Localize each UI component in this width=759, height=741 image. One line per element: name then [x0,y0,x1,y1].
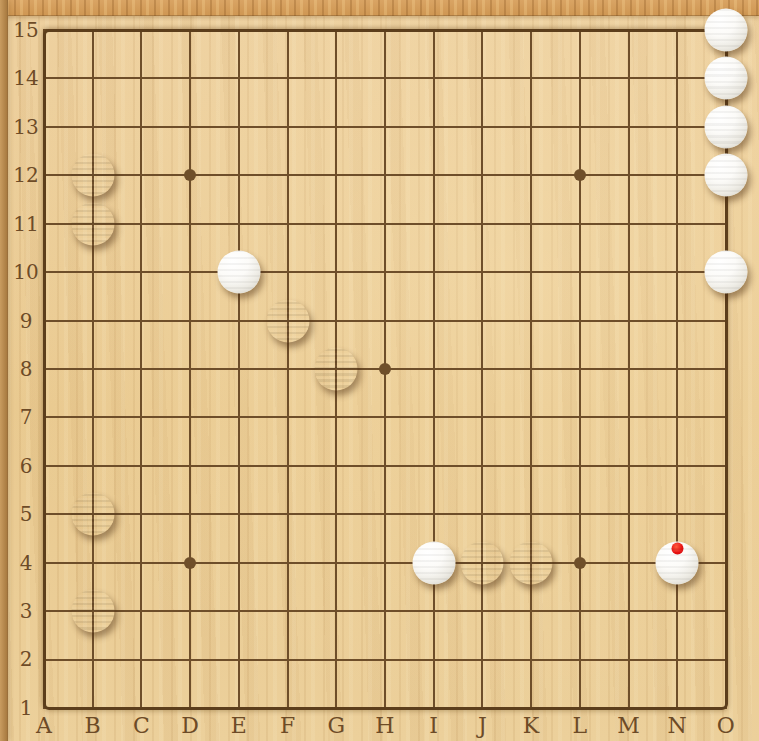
intersection[interactable] [20,684,69,732]
intersection[interactable] [214,490,263,538]
intersection[interactable] [68,103,117,151]
intersection[interactable] [263,6,312,54]
intersection[interactable] [214,54,263,102]
intersection[interactable] [117,587,166,635]
intersection[interactable] [507,103,556,151]
intersection[interactable] [117,6,166,54]
intersection[interactable] [214,538,263,586]
white-stone [704,154,747,197]
white-stone [704,105,747,148]
intersection[interactable] [117,345,166,393]
intersection[interactable] [555,151,604,199]
intersection[interactable] [361,442,410,490]
intersection[interactable] [20,538,69,586]
intersection[interactable] [701,199,750,247]
intersection[interactable] [214,442,263,490]
intersection[interactable] [555,6,604,54]
intersection[interactable] [409,442,458,490]
intersection[interactable] [117,538,166,586]
intersection[interactable] [68,6,117,54]
intersection[interactable] [409,490,458,538]
intersection[interactable] [312,151,361,199]
intersection[interactable] [653,6,702,54]
intersection[interactable] [20,199,69,247]
intersection[interactable] [555,635,604,683]
intersection[interactable] [263,296,312,344]
intersection[interactable] [701,393,750,441]
intersection[interactable] [166,442,215,490]
intersection[interactable] [312,103,361,151]
intersection[interactable] [361,248,410,296]
white-stone [704,251,747,294]
intersection[interactable] [507,490,556,538]
intersection[interactable] [263,490,312,538]
intersection[interactable] [214,345,263,393]
intersection[interactable] [312,587,361,635]
black-stone [71,590,114,633]
intersection[interactable] [701,684,750,732]
intersection[interactable] [20,587,69,635]
intersection[interactable] [458,490,507,538]
intersection[interactable] [68,296,117,344]
star-point [184,169,196,181]
intersection[interactable] [409,345,458,393]
intersection[interactable] [604,248,653,296]
intersection[interactable] [409,393,458,441]
intersection[interactable] [409,103,458,151]
intersection[interactable] [458,393,507,441]
intersection[interactable] [68,393,117,441]
intersection[interactable] [701,538,750,586]
intersection[interactable] [604,587,653,635]
intersection[interactable] [312,248,361,296]
intersection[interactable] [361,199,410,247]
intersection[interactable] [166,587,215,635]
intersection[interactable] [166,248,215,296]
intersection[interactable] [361,6,410,54]
intersection[interactable] [555,54,604,102]
black-stone [71,493,114,536]
intersection[interactable] [458,345,507,393]
intersection[interactable] [214,6,263,54]
intersection[interactable] [263,684,312,732]
intersection[interactable] [701,345,750,393]
intersection[interactable] [458,248,507,296]
intersection[interactable] [263,248,312,296]
intersection[interactable] [458,199,507,247]
intersection[interactable] [409,635,458,683]
intersection[interactable] [507,54,556,102]
intersection[interactable] [117,296,166,344]
intersection[interactable] [117,103,166,151]
star-point [574,169,586,181]
intersection[interactable] [20,345,69,393]
intersection[interactable] [20,54,69,102]
intersection[interactable] [604,6,653,54]
intersection[interactable] [312,54,361,102]
intersection[interactable] [653,103,702,151]
intersection[interactable] [166,635,215,683]
intersection[interactable] [361,635,410,683]
intersection[interactable] [701,587,750,635]
intersection[interactable] [555,103,604,151]
white-stone [217,251,260,294]
intersection[interactable] [409,6,458,54]
intersection[interactable] [653,54,702,102]
intersection[interactable] [701,54,750,102]
intersection[interactable] [604,345,653,393]
intersection[interactable] [312,345,361,393]
intersection[interactable] [701,490,750,538]
intersection[interactable] [214,393,263,441]
intersection[interactable] [214,248,263,296]
intersection[interactable] [507,345,556,393]
intersection[interactable] [20,248,69,296]
intersection[interactable] [312,442,361,490]
intersection[interactable] [263,393,312,441]
intersection[interactable] [701,6,750,54]
intersection[interactable] [117,151,166,199]
intersection[interactable] [458,103,507,151]
intersection[interactable] [507,296,556,344]
intersection[interactable] [555,538,604,586]
intersection[interactable] [214,296,263,344]
intersection[interactable] [312,635,361,683]
intersection[interactable] [166,538,215,586]
black-stone [71,154,114,197]
intersection[interactable] [653,393,702,441]
intersection[interactable] [555,490,604,538]
go-board-app: ABCDEFGHIJKLMNO 151413121110987654321 [0,0,759,741]
intersection[interactable] [361,103,410,151]
intersection[interactable] [312,684,361,732]
intersection[interactable] [20,6,69,54]
intersection[interactable] [263,538,312,586]
intersection[interactable] [604,490,653,538]
intersection[interactable] [117,393,166,441]
intersection[interactable] [653,538,702,586]
intersection[interactable] [361,54,410,102]
intersection[interactable] [20,442,69,490]
intersection[interactable] [68,635,117,683]
intersection[interactable] [312,393,361,441]
intersection[interactable] [117,684,166,732]
intersection[interactable] [507,587,556,635]
intersection[interactable] [68,345,117,393]
intersection[interactable] [263,635,312,683]
intersection[interactable] [68,684,117,732]
intersection[interactable] [653,151,702,199]
intersection[interactable] [166,684,215,732]
intersection[interactable] [409,684,458,732]
intersection[interactable] [458,151,507,199]
black-stone [461,541,504,584]
intersection[interactable] [653,635,702,683]
intersection[interactable] [20,103,69,151]
intersection[interactable] [166,199,215,247]
intersection[interactable] [117,248,166,296]
intersection[interactable] [263,54,312,102]
intersection[interactable] [555,684,604,732]
intersection[interactable] [361,538,410,586]
intersection[interactable] [117,54,166,102]
intersection[interactable] [604,538,653,586]
intersection[interactable] [507,151,556,199]
intersection[interactable] [361,587,410,635]
intersection[interactable] [312,296,361,344]
black-stone [71,202,114,245]
star-point [184,557,196,569]
intersection[interactable] [604,684,653,732]
intersection[interactable] [507,635,556,683]
intersection[interactable] [68,538,117,586]
intersection[interactable] [604,199,653,247]
intersection[interactable] [117,635,166,683]
intersection[interactable] [409,587,458,635]
intersection[interactable] [166,103,215,151]
intersection[interactable] [409,151,458,199]
intersection[interactable] [653,248,702,296]
intersection[interactable] [263,103,312,151]
intersection[interactable] [68,248,117,296]
intersection[interactable] [409,296,458,344]
intersection[interactable] [604,54,653,102]
intersection[interactable] [214,199,263,247]
intersection[interactable] [68,199,117,247]
intersection[interactable] [117,199,166,247]
intersection[interactable] [653,199,702,247]
intersection[interactable] [604,442,653,490]
star-point [379,363,391,375]
intersection[interactable] [507,6,556,54]
intersection[interactable] [653,345,702,393]
intersection[interactable] [458,296,507,344]
intersection[interactable] [409,199,458,247]
intersection[interactable] [361,345,410,393]
intersection[interactable] [409,538,458,586]
intersection[interactable] [555,393,604,441]
intersection[interactable] [701,635,750,683]
intersection[interactable] [507,442,556,490]
intersection[interactable] [312,6,361,54]
intersection[interactable] [701,103,750,151]
white-stone [656,541,699,584]
intersection[interactable] [166,54,215,102]
intersection[interactable] [166,345,215,393]
intersection[interactable] [409,54,458,102]
intersection[interactable] [68,587,117,635]
intersection[interactable] [555,296,604,344]
intersection[interactable] [214,635,263,683]
intersection[interactable] [458,684,507,732]
intersection[interactable] [263,345,312,393]
intersection[interactable] [166,151,215,199]
last-move-marker [671,542,683,554]
intersection[interactable] [166,6,215,54]
intersection[interactable] [701,442,750,490]
intersection[interactable] [361,296,410,344]
intersection[interactable] [507,538,556,586]
intersection[interactable] [555,199,604,247]
intersection[interactable] [604,393,653,441]
star-point [574,557,586,569]
white-stone [412,541,455,584]
intersection[interactable] [263,442,312,490]
intersection[interactable] [68,54,117,102]
intersection[interactable] [20,393,69,441]
board-grid [20,6,751,732]
intersection[interactable] [68,151,117,199]
intersection[interactable] [653,587,702,635]
intersection[interactable] [555,248,604,296]
intersection[interactable] [361,151,410,199]
intersection[interactable] [312,490,361,538]
intersection[interactable] [701,296,750,344]
intersection[interactable] [20,490,69,538]
intersection[interactable] [604,635,653,683]
intersection[interactable] [409,248,458,296]
intersection[interactable] [214,151,263,199]
intersection[interactable] [361,490,410,538]
intersection[interactable] [312,538,361,586]
intersection[interactable] [361,393,410,441]
intersection[interactable] [20,296,69,344]
intersection[interactable] [458,538,507,586]
intersection[interactable] [507,684,556,732]
black-stone [510,541,553,584]
intersection[interactable] [604,151,653,199]
intersection[interactable] [214,684,263,732]
intersection[interactable] [653,684,702,732]
intersection[interactable] [701,248,750,296]
intersection[interactable] [555,442,604,490]
intersection[interactable] [458,6,507,54]
intersection[interactable] [458,635,507,683]
intersection[interactable] [604,296,653,344]
intersection[interactable] [117,442,166,490]
intersection[interactable] [117,490,166,538]
intersection[interactable] [68,490,117,538]
intersection[interactable] [507,199,556,247]
intersection[interactable] [604,103,653,151]
intersection[interactable] [458,54,507,102]
white-stone [704,57,747,100]
intersection[interactable] [507,248,556,296]
intersection[interactable] [653,490,702,538]
intersection[interactable] [20,635,69,683]
intersection[interactable] [653,296,702,344]
intersection[interactable] [166,296,215,344]
black-stone [266,299,309,342]
intersection[interactable] [458,587,507,635]
intersection[interactable] [20,151,69,199]
intersection[interactable] [166,490,215,538]
intersection[interactable] [166,393,215,441]
intersection[interactable] [263,151,312,199]
intersection[interactable] [701,151,750,199]
intersection[interactable] [458,442,507,490]
intersection[interactable] [361,684,410,732]
intersection[interactable] [263,587,312,635]
intersection[interactable] [555,587,604,635]
intersection[interactable] [214,587,263,635]
intersection[interactable] [653,442,702,490]
intersection[interactable] [68,442,117,490]
intersection[interactable] [214,103,263,151]
black-stone [315,347,358,390]
intersection[interactable] [507,393,556,441]
intersection[interactable] [263,199,312,247]
white-stone [704,8,747,51]
intersection[interactable] [312,199,361,247]
intersection[interactable] [555,345,604,393]
